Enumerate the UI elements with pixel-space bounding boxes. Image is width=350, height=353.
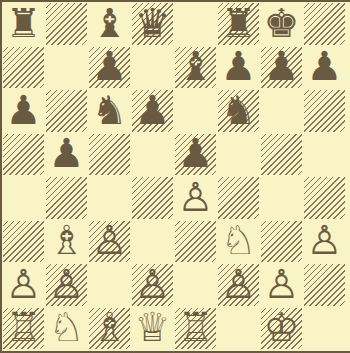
chess-board: ♜♝♛♜♚♟♝♟♟♟♟♞♟♞♟♟♙♗♙♘♙♙♙♙♙♙♖♘♗♕♖♔ [2, 2, 346, 350]
black-king-icon: ♚ [264, 3, 300, 43]
white-pawn-icon: ♙ [264, 264, 300, 304]
white-bishop-icon: ♗ [92, 307, 128, 347]
square-f5[interactable] [217, 133, 260, 177]
square-c5[interactable] [88, 133, 131, 177]
white-pawn-icon: ♙ [49, 264, 85, 304]
black-rook-icon: ♜ [221, 3, 257, 43]
square-e5[interactable]: ♟ [174, 133, 217, 177]
square-f2[interactable]: ♙ [217, 263, 260, 307]
square-a7[interactable] [2, 46, 45, 90]
black-queen-icon: ♛ [135, 3, 171, 43]
square-h7[interactable]: ♟ [303, 46, 346, 90]
square-b6[interactable] [45, 89, 88, 133]
black-knight-icon: ♞ [221, 90, 257, 130]
square-e7[interactable]: ♝ [174, 46, 217, 90]
square-c3[interactable]: ♙ [88, 220, 131, 264]
square-g8[interactable]: ♚ [260, 2, 303, 46]
black-pawn-icon: ♟ [307, 46, 343, 86]
square-e6[interactable] [174, 89, 217, 133]
white-pawn-icon: ♙ [307, 220, 343, 260]
square-f8[interactable]: ♜ [217, 2, 260, 46]
square-f1[interactable] [217, 307, 260, 351]
square-d1[interactable]: ♕ [131, 307, 174, 351]
square-b3[interactable]: ♗ [45, 220, 88, 264]
black-pawn-icon: ♟ [264, 46, 300, 86]
square-a2[interactable]: ♙ [2, 263, 45, 307]
square-h8[interactable] [303, 2, 346, 46]
square-b8[interactable] [45, 2, 88, 46]
white-pawn-icon: ♙ [6, 264, 42, 304]
square-d4[interactable] [131, 176, 174, 220]
square-a5[interactable] [2, 133, 45, 177]
square-c4[interactable] [88, 176, 131, 220]
square-d6[interactable]: ♟ [131, 89, 174, 133]
square-d2[interactable]: ♙ [131, 263, 174, 307]
square-f4[interactable] [217, 176, 260, 220]
black-pawn-icon: ♟ [221, 46, 257, 86]
black-pawn-icon: ♟ [178, 133, 214, 173]
square-h2[interactable] [303, 263, 346, 307]
square-g4[interactable] [260, 176, 303, 220]
white-knight-icon: ♘ [221, 220, 257, 260]
square-c8[interactable]: ♝ [88, 2, 131, 46]
square-e4[interactable]: ♙ [174, 176, 217, 220]
square-g7[interactable]: ♟ [260, 46, 303, 90]
square-g5[interactable] [260, 133, 303, 177]
black-bishop-icon: ♝ [178, 46, 214, 86]
square-f7[interactable]: ♟ [217, 46, 260, 90]
square-d3[interactable] [131, 220, 174, 264]
black-pawn-icon: ♟ [135, 90, 171, 130]
square-b2[interactable]: ♙ [45, 263, 88, 307]
black-rook-icon: ♜ [6, 3, 42, 43]
square-a4[interactable] [2, 176, 45, 220]
black-pawn-icon: ♟ [6, 90, 42, 130]
square-a8[interactable]: ♜ [2, 2, 45, 46]
square-a3[interactable] [2, 220, 45, 264]
square-e1[interactable]: ♖ [174, 307, 217, 351]
square-h4[interactable] [303, 176, 346, 220]
square-c6[interactable]: ♞ [88, 89, 131, 133]
white-bishop-icon: ♗ [49, 220, 85, 260]
black-bishop-icon: ♝ [92, 3, 128, 43]
square-c2[interactable] [88, 263, 131, 307]
chess-diagram: ♜♝♛♜♚♟♝♟♟♟♟♞♟♞♟♟♙♗♙♘♙♙♙♙♙♙♖♘♗♕♖♔ [0, 0, 350, 353]
square-h3[interactable]: ♙ [303, 220, 346, 264]
white-pawn-icon: ♙ [92, 220, 128, 260]
square-g3[interactable] [260, 220, 303, 264]
square-h6[interactable] [303, 89, 346, 133]
square-g1[interactable]: ♔ [260, 307, 303, 351]
square-c7[interactable]: ♟ [88, 46, 131, 90]
white-rook-icon: ♖ [6, 307, 42, 347]
square-d7[interactable] [131, 46, 174, 90]
white-rook-icon: ♖ [178, 307, 214, 347]
square-f6[interactable]: ♞ [217, 89, 260, 133]
square-d8[interactable]: ♛ [131, 2, 174, 46]
white-king-icon: ♔ [264, 307, 300, 347]
square-g2[interactable]: ♙ [260, 263, 303, 307]
white-queen-icon: ♕ [135, 307, 171, 347]
square-b4[interactable] [45, 176, 88, 220]
square-b1[interactable]: ♘ [45, 307, 88, 351]
square-e3[interactable] [174, 220, 217, 264]
square-g6[interactable] [260, 89, 303, 133]
black-pawn-icon: ♟ [92, 46, 128, 86]
square-a1[interactable]: ♖ [2, 307, 45, 351]
square-d5[interactable] [131, 133, 174, 177]
square-h1[interactable] [303, 307, 346, 351]
square-e2[interactable] [174, 263, 217, 307]
white-knight-icon: ♘ [49, 307, 85, 347]
square-c1[interactable]: ♗ [88, 307, 131, 351]
square-f3[interactable]: ♘ [217, 220, 260, 264]
square-h5[interactable] [303, 133, 346, 177]
black-pawn-icon: ♟ [49, 133, 85, 173]
white-pawn-icon: ♙ [221, 264, 257, 304]
square-a6[interactable]: ♟ [2, 89, 45, 133]
square-b5[interactable]: ♟ [45, 133, 88, 177]
square-b7[interactable] [45, 46, 88, 90]
white-pawn-icon: ♙ [135, 264, 171, 304]
square-e8[interactable] [174, 2, 217, 46]
white-pawn-icon: ♙ [178, 177, 214, 217]
black-knight-icon: ♞ [92, 90, 128, 130]
